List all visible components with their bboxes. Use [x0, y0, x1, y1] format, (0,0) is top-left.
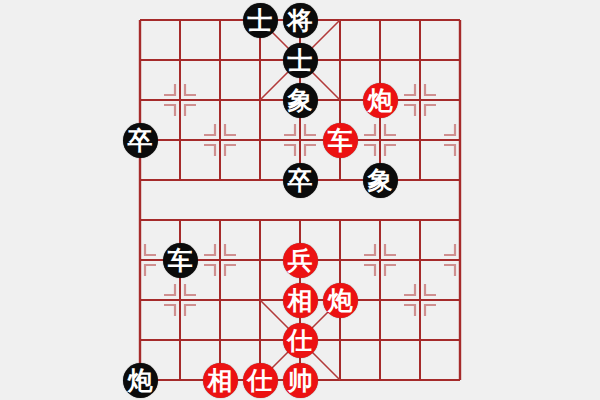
red-chariot[interactable]: 车 [323, 123, 358, 158]
red-general[interactable]: 帅 [283, 363, 318, 398]
black-soldier[interactable]: 卒 [283, 163, 318, 198]
red-cannon[interactable]: 炮 [323, 283, 358, 318]
red-advisor[interactable]: 仕 [283, 323, 318, 358]
black-cannon[interactable]: 炮 [123, 363, 158, 398]
black-general[interactable]: 将 [283, 3, 318, 38]
black-advisor[interactable]: 士 [283, 43, 318, 78]
piece-grid[interactable]: 士将士象炮卒车卒象车兵相炮仕炮相仕帅 [120, 0, 480, 400]
black-chariot[interactable]: 车 [163, 243, 198, 278]
red-elephant[interactable]: 相 [203, 363, 238, 398]
xiangqi-board: 士将士象炮卒车卒象车兵相炮仕炮相仕帅 [0, 0, 600, 400]
black-advisor[interactable]: 士 [243, 3, 278, 38]
black-elephant[interactable]: 象 [363, 163, 398, 198]
black-elephant[interactable]: 象 [283, 83, 318, 118]
red-elephant[interactable]: 相 [283, 283, 318, 318]
black-soldier[interactable]: 卒 [123, 123, 158, 158]
red-advisor[interactable]: 仕 [243, 363, 278, 398]
red-soldier[interactable]: 兵 [283, 243, 318, 278]
red-cannon[interactable]: 炮 [363, 83, 398, 118]
